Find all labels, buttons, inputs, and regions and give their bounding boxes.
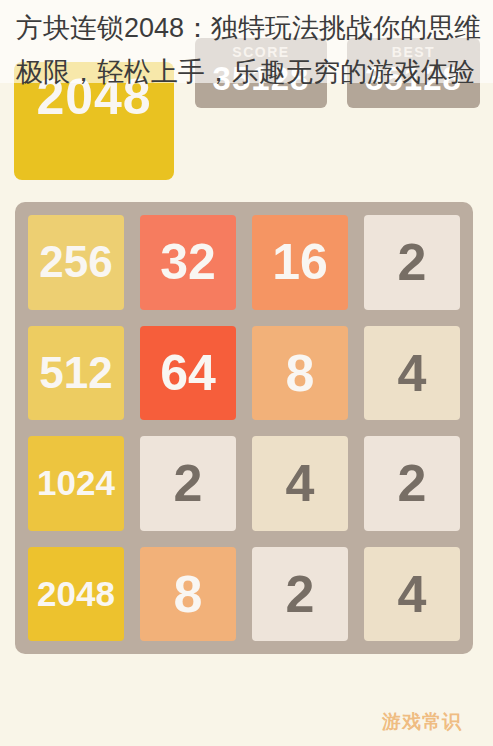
watermark: 游戏常识 — [382, 709, 462, 735]
tile-r2c1-512: 512 — [28, 326, 124, 421]
tile-r2c2-64: 64 — [140, 326, 236, 421]
tile-r4c4-4: 4 — [364, 547, 460, 642]
tile-r1c2-32: 32 — [140, 215, 236, 310]
page-title: 方块连锁2048：独特玩法挑战你的思维 极限，轻松上手，乐趣无穷的游戏体验 — [16, 6, 486, 94]
board-grid[interactable]: 25632162512648410242422048824 — [15, 202, 473, 654]
tile-r3c1-1024: 1024 — [28, 436, 124, 531]
tile-r2c4-4: 4 — [364, 326, 460, 421]
tile-r1c1-256: 256 — [28, 215, 124, 310]
tile-r4c2-8: 8 — [140, 547, 236, 642]
tile-r3c3-4: 4 — [252, 436, 348, 531]
tile-r4c3-2: 2 — [252, 547, 348, 642]
page-title-line2: 极限，轻松上手，乐趣无穷的游戏体验 — [16, 50, 486, 94]
tile-r1c3-16: 16 — [252, 215, 348, 310]
tile-r2c3-8: 8 — [252, 326, 348, 421]
page-title-line1: 方块连锁2048：独特玩法挑战你的思维 — [16, 6, 486, 50]
tile-r1c4-2: 2 — [364, 215, 460, 310]
page: 2048 SCORE 35128 BEST 35128 方块连锁2048：独特玩… — [0, 0, 493, 746]
tile-r4c1-2048: 2048 — [28, 547, 124, 642]
tile-r3c2-2: 2 — [140, 436, 236, 531]
tile-r3c4-2: 2 — [364, 436, 460, 531]
